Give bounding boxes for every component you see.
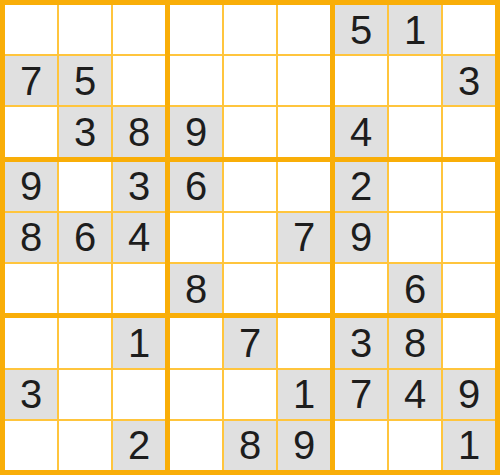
- cell-r4c3-given[interactable]: 3: [113, 162, 165, 211]
- cell-r9c3-given[interactable]: 2: [113, 421, 165, 470]
- cell-r5c1-given[interactable]: 8: [5, 213, 57, 262]
- cell-r3c6-empty[interactable]: [278, 107, 330, 156]
- cell-r6c4-given[interactable]: 8: [170, 264, 222, 313]
- cell-r9c2-empty[interactable]: [59, 421, 111, 470]
- cell-r6c8-given[interactable]: 6: [389, 264, 441, 313]
- cell-r3c4-given[interactable]: 9: [170, 107, 222, 156]
- cell-r6c9-empty[interactable]: [443, 264, 495, 313]
- cell-r7c9-empty[interactable]: [443, 318, 495, 367]
- cell-r1c7-given[interactable]: 5: [335, 5, 387, 54]
- box-r2c1: 93864: [5, 162, 165, 314]
- box-r2c3: 296: [335, 162, 495, 314]
- cell-r8c7-given[interactable]: 7: [335, 370, 387, 419]
- cell-r9c1-empty[interactable]: [5, 421, 57, 470]
- cell-r5c5-empty[interactable]: [224, 213, 276, 262]
- cell-r4c9-empty[interactable]: [443, 162, 495, 211]
- cell-r1c9-empty[interactable]: [443, 5, 495, 54]
- cell-r9c8-empty[interactable]: [389, 421, 441, 470]
- cell-r9c4-empty[interactable]: [170, 421, 222, 470]
- cell-r2c8-empty[interactable]: [389, 56, 441, 105]
- cell-r7c3-given[interactable]: 1: [113, 318, 165, 367]
- cell-r4c6-empty[interactable]: [278, 162, 330, 211]
- cell-r8c6-given[interactable]: 1: [278, 370, 330, 419]
- cell-r2c2-given[interactable]: 5: [59, 56, 111, 105]
- cell-r6c6-empty[interactable]: [278, 264, 330, 313]
- cell-r2c7-empty[interactable]: [335, 56, 387, 105]
- cell-r5c2-given[interactable]: 6: [59, 213, 111, 262]
- cell-r8c1-given[interactable]: 3: [5, 370, 57, 419]
- cell-r2c1-given[interactable]: 7: [5, 56, 57, 105]
- cell-r9c6-given[interactable]: 9: [278, 421, 330, 470]
- cell-r3c8-empty[interactable]: [389, 107, 441, 156]
- cell-r8c4-empty[interactable]: [170, 370, 222, 419]
- cell-r2c6-empty[interactable]: [278, 56, 330, 105]
- cell-r8c5-empty[interactable]: [224, 370, 276, 419]
- cell-r1c1-empty[interactable]: [5, 5, 57, 54]
- cell-r9c5-given[interactable]: 8: [224, 421, 276, 470]
- cell-r6c5-empty[interactable]: [224, 264, 276, 313]
- cell-r7c8-given[interactable]: 8: [389, 318, 441, 367]
- cell-r2c4-empty[interactable]: [170, 56, 222, 105]
- cell-r1c3-empty[interactable]: [113, 5, 165, 54]
- cell-r4c1-given[interactable]: 9: [5, 162, 57, 211]
- cell-r2c9-given[interactable]: 3: [443, 56, 495, 105]
- box-r1c2: 9: [170, 5, 330, 157]
- cell-r5c8-empty[interactable]: [389, 213, 441, 262]
- cell-r4c2-empty[interactable]: [59, 162, 111, 211]
- cell-r6c3-empty[interactable]: [113, 264, 165, 313]
- cell-r2c5-empty[interactable]: [224, 56, 276, 105]
- cell-r7c4-empty[interactable]: [170, 318, 222, 367]
- box-r3c2: 7189: [170, 318, 330, 470]
- cell-r1c6-empty[interactable]: [278, 5, 330, 54]
- cell-r6c2-empty[interactable]: [59, 264, 111, 313]
- cell-r4c4-given[interactable]: 6: [170, 162, 222, 211]
- box-r3c3: 387491: [335, 318, 495, 470]
- cell-r7c5-given[interactable]: 7: [224, 318, 276, 367]
- cell-r8c9-given[interactable]: 9: [443, 370, 495, 419]
- cell-r8c3-empty[interactable]: [113, 370, 165, 419]
- cell-r5c3-given[interactable]: 4: [113, 213, 165, 262]
- cell-r1c2-empty[interactable]: [59, 5, 111, 54]
- cell-r7c7-given[interactable]: 3: [335, 318, 387, 367]
- box-r1c3: 5134: [335, 5, 495, 157]
- cell-r6c1-empty[interactable]: [5, 264, 57, 313]
- cell-r1c5-empty[interactable]: [224, 5, 276, 54]
- box-r1c1: 7538: [5, 5, 165, 157]
- cell-r2c3-empty[interactable]: [113, 56, 165, 105]
- cell-r5c6-given[interactable]: 7: [278, 213, 330, 262]
- sudoku-grid: 753895134938646782961327189387491: [5, 5, 495, 470]
- cell-r9c9-given[interactable]: 1: [443, 421, 495, 470]
- cell-r5c9-empty[interactable]: [443, 213, 495, 262]
- cell-r7c2-empty[interactable]: [59, 318, 111, 367]
- cell-r9c7-empty[interactable]: [335, 421, 387, 470]
- cell-r3c9-empty[interactable]: [443, 107, 495, 156]
- box-r2c2: 678: [170, 162, 330, 314]
- cell-r8c8-given[interactable]: 4: [389, 370, 441, 419]
- cell-r4c5-empty[interactable]: [224, 162, 276, 211]
- cell-r1c8-given[interactable]: 1: [389, 5, 441, 54]
- cell-r3c7-given[interactable]: 4: [335, 107, 387, 156]
- box-r3c1: 132: [5, 318, 165, 470]
- cell-r5c7-given[interactable]: 9: [335, 213, 387, 262]
- cell-r3c3-given[interactable]: 8: [113, 107, 165, 156]
- sudoku-board: 753895134938646782961327189387491: [0, 0, 500, 475]
- cell-r5c4-empty[interactable]: [170, 213, 222, 262]
- cell-r8c2-empty[interactable]: [59, 370, 111, 419]
- cell-r4c8-empty[interactable]: [389, 162, 441, 211]
- cell-r6c7-empty[interactable]: [335, 264, 387, 313]
- cell-r7c1-empty[interactable]: [5, 318, 57, 367]
- cell-r3c5-empty[interactable]: [224, 107, 276, 156]
- cell-r4c7-given[interactable]: 2: [335, 162, 387, 211]
- cell-r3c2-given[interactable]: 3: [59, 107, 111, 156]
- cell-r3c1-empty[interactable]: [5, 107, 57, 156]
- cell-r7c6-empty[interactable]: [278, 318, 330, 367]
- cell-r1c4-empty[interactable]: [170, 5, 222, 54]
